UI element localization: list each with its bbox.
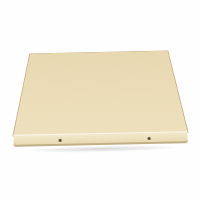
photo-tilt-wrapper bbox=[0, 0, 200, 200]
chess-board bbox=[14, 51, 188, 136]
chess-set-photo bbox=[0, 0, 200, 200]
hinge-screw-left bbox=[59, 139, 62, 142]
board-perspective-scene bbox=[11, 29, 187, 136]
hinge-screw-right bbox=[148, 137, 151, 140]
